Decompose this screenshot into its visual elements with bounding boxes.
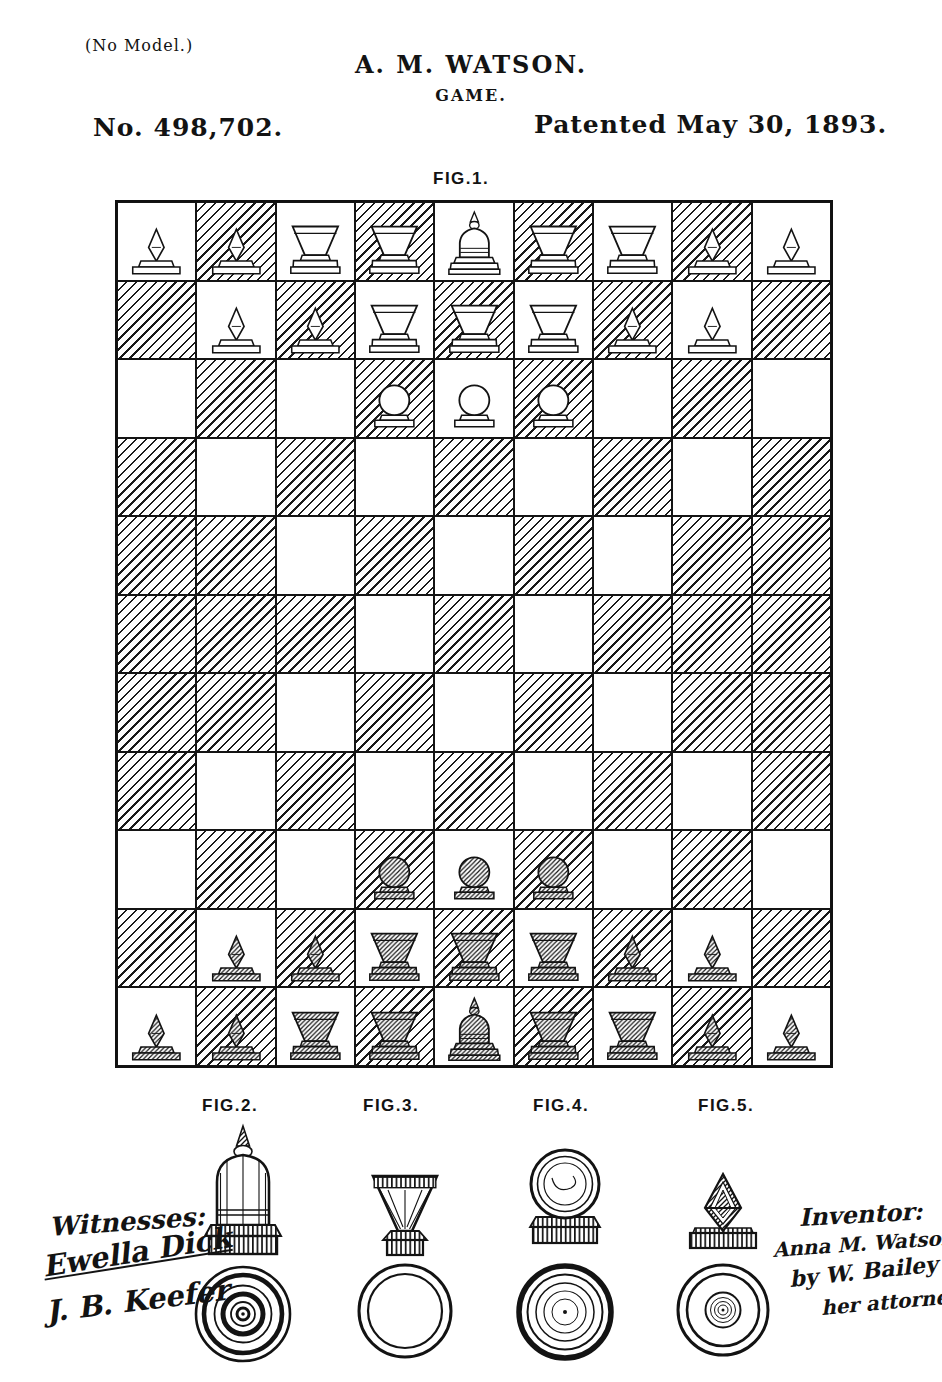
- dark-ball-piece[interactable]: [517, 834, 590, 908]
- board-cell-r6c2[interactable]: [196, 595, 275, 674]
- white-pyramid-piece[interactable]: [200, 284, 273, 358]
- patent-title: GAME.: [0, 86, 942, 105]
- fig4-ball-drawing: [505, 1118, 625, 1368]
- white-ball-piece[interactable]: [358, 362, 431, 436]
- board-cell-r8c3[interactable]: [276, 752, 355, 831]
- board-cell-r1c2[interactable]: [196, 202, 275, 281]
- white-pyramid-piece[interactable]: [120, 205, 193, 279]
- board-cell-r5c6[interactable]: [514, 516, 593, 595]
- board-cell-r5c4[interactable]: [355, 516, 434, 595]
- board-cell-r11c9[interactable]: [752, 987, 831, 1066]
- board-cell-r9c4[interactable]: [355, 830, 434, 909]
- board-cell-r10c8[interactable]: [672, 909, 751, 988]
- fig1-label: FIG.1.: [433, 169, 489, 189]
- white-cup-piece[interactable]: [438, 284, 511, 358]
- dark-cup-piece[interactable]: [279, 991, 352, 1065]
- patent-number: No. 498,702.: [93, 113, 283, 142]
- board-cell-r9c9[interactable]: [752, 830, 831, 909]
- dark-cup-piece[interactable]: [517, 991, 590, 1065]
- board-cell-r8c7[interactable]: [593, 752, 672, 831]
- board-cell-r3c8[interactable]: [672, 359, 751, 438]
- board-cell-r10c4[interactable]: [355, 909, 434, 988]
- board-cell-r8c2[interactable]: [196, 752, 275, 831]
- board-cell-r1c1[interactable]: [117, 202, 196, 281]
- board-cell-r1c9[interactable]: [752, 202, 831, 281]
- board-cell-r11c5[interactable]: [434, 987, 513, 1066]
- board-cell-r5c8[interactable]: [672, 516, 751, 595]
- dark-cup-piece[interactable]: [517, 912, 590, 986]
- white-pyramid-piece[interactable]: [596, 284, 669, 358]
- board-cell-r9c3[interactable]: [276, 830, 355, 909]
- board-cell-r1c5[interactable]: [434, 202, 513, 281]
- white-cup-piece[interactable]: [517, 205, 590, 279]
- fig3-side-view: [373, 1176, 437, 1255]
- white-dome-king-piece[interactable]: [438, 205, 511, 279]
- board-cell-r5c5[interactable]: [434, 516, 513, 595]
- board-cell-r9c8[interactable]: [672, 830, 751, 909]
- board-cell-r11c6[interactable]: [514, 987, 593, 1066]
- board-cell-r5c2[interactable]: [196, 516, 275, 595]
- board-cell-r4c4[interactable]: [355, 438, 434, 517]
- fig5-top-view: [678, 1265, 768, 1355]
- white-cup-piece[interactable]: [596, 205, 669, 279]
- board-cell-r4c9[interactable]: [752, 438, 831, 517]
- fig4-top-view: [519, 1266, 611, 1358]
- board-cell-r6c6[interactable]: [514, 595, 593, 674]
- fig3-label: FIG.3.: [363, 1096, 419, 1116]
- board-cell-r10c2[interactable]: [196, 909, 275, 988]
- game-board: [115, 200, 833, 1068]
- fig3-top-view: [359, 1265, 451, 1357]
- board-cell-r6c9[interactable]: [752, 595, 831, 674]
- board-cell-r10c6[interactable]: [514, 909, 593, 988]
- board-cell-r3c7[interactable]: [593, 359, 672, 438]
- board-cell-r5c1[interactable]: [117, 516, 196, 595]
- board-cell-r11c2[interactable]: [196, 987, 275, 1066]
- board-cell-r1c4[interactable]: [355, 202, 434, 281]
- board-cell-r4c1[interactable]: [117, 438, 196, 517]
- board-cell-r11c7[interactable]: [593, 987, 672, 1066]
- board-cell-r3c9[interactable]: [752, 359, 831, 438]
- board-cell-r5c7[interactable]: [593, 516, 672, 595]
- board-cell-r1c6[interactable]: [514, 202, 593, 281]
- white-ball-piece[interactable]: [517, 362, 590, 436]
- board-cell-r8c8[interactable]: [672, 752, 751, 831]
- board-cell-r7c1[interactable]: [117, 673, 196, 752]
- board-cell-r10c1[interactable]: [117, 909, 196, 988]
- board-cell-r4c6[interactable]: [514, 438, 593, 517]
- fig2-label: FIG.2.: [202, 1096, 258, 1116]
- board-cell-r1c8[interactable]: [672, 202, 751, 281]
- patent-inventor-heading: A. M. WATSON.: [0, 50, 942, 79]
- board-cell-r7c5[interactable]: [434, 673, 513, 752]
- board-cell-r11c3[interactable]: [276, 987, 355, 1066]
- inventor-label: Inventor:: [798, 1197, 923, 1232]
- dark-pyramid-piece[interactable]: [755, 991, 828, 1065]
- board-cell-r7c4[interactable]: [355, 673, 434, 752]
- board-cell-r4c3[interactable]: [276, 438, 355, 517]
- board-cell-r4c2[interactable]: [196, 438, 275, 517]
- board-cell-r2c7[interactable]: [593, 281, 672, 360]
- board-cell-r11c1[interactable]: [117, 987, 196, 1066]
- dark-pyramid-piece[interactable]: [596, 912, 669, 986]
- board-cell-r10c7[interactable]: [593, 909, 672, 988]
- board-cell-r6c5[interactable]: [434, 595, 513, 674]
- board-cell-r8c1[interactable]: [117, 752, 196, 831]
- board-cell-r9c5[interactable]: [434, 830, 513, 909]
- patent-date: Patented May 30, 1893.: [534, 110, 887, 139]
- patent-page: (No Model.) A. M. WATSON. GAME. No. 498,…: [0, 0, 942, 1382]
- board-cell-r4c5[interactable]: [434, 438, 513, 517]
- board-cell-r9c7[interactable]: [593, 830, 672, 909]
- board-cell-r11c8[interactable]: [672, 987, 751, 1066]
- fig4-label: FIG.4.: [533, 1096, 589, 1116]
- board-cell-r3c4[interactable]: [355, 359, 434, 438]
- dark-dome-king-piece[interactable]: [438, 991, 511, 1065]
- board-cell-r7c3[interactable]: [276, 673, 355, 752]
- white-pyramid-piece[interactable]: [676, 284, 749, 358]
- fig5-label: FIG.5.: [698, 1096, 754, 1116]
- board-cell-r10c3[interactable]: [276, 909, 355, 988]
- fig5-pyramid-drawing: [663, 1118, 783, 1368]
- dark-pyramid-piece[interactable]: [676, 991, 749, 1065]
- dark-pyramid-piece[interactable]: [676, 912, 749, 986]
- dark-cup-piece[interactable]: [438, 912, 511, 986]
- board-cell-r10c5[interactable]: [434, 909, 513, 988]
- board-cell-r9c6[interactable]: [514, 830, 593, 909]
- dark-ball-piece[interactable]: [358, 834, 431, 908]
- dark-pyramid-piece[interactable]: [120, 991, 193, 1065]
- board-cell-r2c2[interactable]: [196, 281, 275, 360]
- board-cell-r7c2[interactable]: [196, 673, 275, 752]
- fig4-side-view: [530, 1150, 600, 1243]
- board-cell-r8c4[interactable]: [355, 752, 434, 831]
- attorney-title-line: her attorney: [820, 1284, 942, 1320]
- board-cell-r3c6[interactable]: [514, 359, 593, 438]
- board-cell-r7c8[interactable]: [672, 673, 751, 752]
- dark-pyramid-piece[interactable]: [200, 991, 273, 1065]
- board-cell-r3c2[interactable]: [196, 359, 275, 438]
- dark-cup-piece[interactable]: [596, 991, 669, 1065]
- board-cell-r1c3[interactable]: [276, 202, 355, 281]
- dark-cup-piece[interactable]: [358, 991, 431, 1065]
- board-cell-r2c8[interactable]: [672, 281, 751, 360]
- board-cell-r4c7[interactable]: [593, 438, 672, 517]
- board-cell-r10c9[interactable]: [752, 909, 831, 988]
- board-cell-r1c7[interactable]: [593, 202, 672, 281]
- board-cell-r2c6[interactable]: [514, 281, 593, 360]
- white-ball-piece[interactable]: [438, 362, 511, 436]
- white-pyramid-piece[interactable]: [676, 205, 749, 279]
- board-cell-r7c6[interactable]: [514, 673, 593, 752]
- board-cell-r3c1[interactable]: [117, 359, 196, 438]
- board-cell-r7c7[interactable]: [593, 673, 672, 752]
- white-pyramid-piece[interactable]: [755, 205, 828, 279]
- board-cell-r4c8[interactable]: [672, 438, 751, 517]
- dark-ball-piece[interactable]: [438, 834, 511, 908]
- dark-pyramid-piece[interactable]: [279, 912, 352, 986]
- dark-cup-piece[interactable]: [358, 912, 431, 986]
- board-cell-r8c6[interactable]: [514, 752, 593, 831]
- board-cell-r2c5[interactable]: [434, 281, 513, 360]
- dark-pyramid-piece[interactable]: [200, 912, 273, 986]
- board-cell-r6c1[interactable]: [117, 595, 196, 674]
- board-cell-r6c7[interactable]: [593, 595, 672, 674]
- board-cell-r7c9[interactable]: [752, 673, 831, 752]
- board-cell-r8c5[interactable]: [434, 752, 513, 831]
- board-cell-r2c3[interactable]: [276, 281, 355, 360]
- board-cell-r9c1[interactable]: [117, 830, 196, 909]
- white-pyramid-piece[interactable]: [200, 205, 273, 279]
- white-pyramid-piece[interactable]: [279, 284, 352, 358]
- board-cell-r2c1[interactable]: [117, 281, 196, 360]
- board-cell-r3c3[interactable]: [276, 359, 355, 438]
- board-cell-r2c9[interactable]: [752, 281, 831, 360]
- board-cell-r3c5[interactable]: [434, 359, 513, 438]
- board-cell-r11c4[interactable]: [355, 987, 434, 1066]
- white-cup-piece[interactable]: [517, 284, 590, 358]
- board-cell-r6c4[interactable]: [355, 595, 434, 674]
- board-cell-r6c3[interactable]: [276, 595, 355, 674]
- board-cell-r8c9[interactable]: [752, 752, 831, 831]
- white-cup-piece[interactable]: [279, 205, 352, 279]
- white-cup-piece[interactable]: [358, 284, 431, 358]
- fig5-side-view: [690, 1174, 756, 1248]
- board-cell-r5c9[interactable]: [752, 516, 831, 595]
- board-cell-r9c2[interactable]: [196, 830, 275, 909]
- board-cell-r6c8[interactable]: [672, 595, 751, 674]
- fig3-cup-drawing: [345, 1118, 465, 1368]
- board-cell-r5c3[interactable]: [276, 516, 355, 595]
- board-cell-r2c4[interactable]: [355, 281, 434, 360]
- white-cup-piece[interactable]: [358, 205, 431, 279]
